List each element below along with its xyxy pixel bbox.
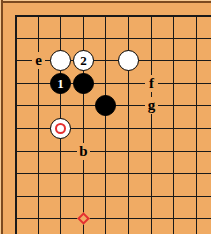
board-left-edge-line [15, 15, 17, 234]
move-number-label: 2 [80, 54, 87, 67]
black-stone [95, 95, 116, 116]
grid-vline [38, 15, 39, 234]
grid-vline [105, 15, 106, 234]
move-number-label: 1 [57, 77, 64, 90]
point-label-f: f [145, 75, 158, 92]
point-label-g: g [145, 97, 158, 114]
go-board-diagram: efgb21 [0, 0, 211, 234]
white-stone [118, 50, 139, 71]
black-stone-move-1: 1 [50, 73, 71, 94]
grid-hline [15, 196, 211, 197]
grid-hline [15, 83, 211, 84]
grid-hline [15, 218, 211, 219]
grid-vline [83, 15, 84, 234]
marked-point-diamond [77, 212, 90, 225]
red-circle-mark [55, 123, 66, 134]
white-stone-move-2: 2 [73, 50, 94, 71]
grid-hline [15, 38, 211, 39]
point-label-e: e [32, 52, 45, 69]
board-grid: efgb21 [0, 0, 211, 234]
diagram-border-left-dark [1, 0, 3, 234]
grid-vline [151, 15, 152, 234]
board-top-edge-line [15, 15, 211, 17]
grid-hline [15, 128, 211, 129]
grid-vline [196, 15, 197, 234]
diagram-border-top-dark [0, 1, 211, 3]
grid-vline [173, 15, 174, 234]
point-label-b: b [77, 143, 90, 160]
grid-vline [128, 15, 129, 234]
grid-hline [15, 173, 211, 174]
black-stone [73, 73, 94, 94]
white-stone [50, 50, 71, 71]
grid-hline [15, 151, 211, 152]
white-stone-circled [50, 118, 71, 139]
